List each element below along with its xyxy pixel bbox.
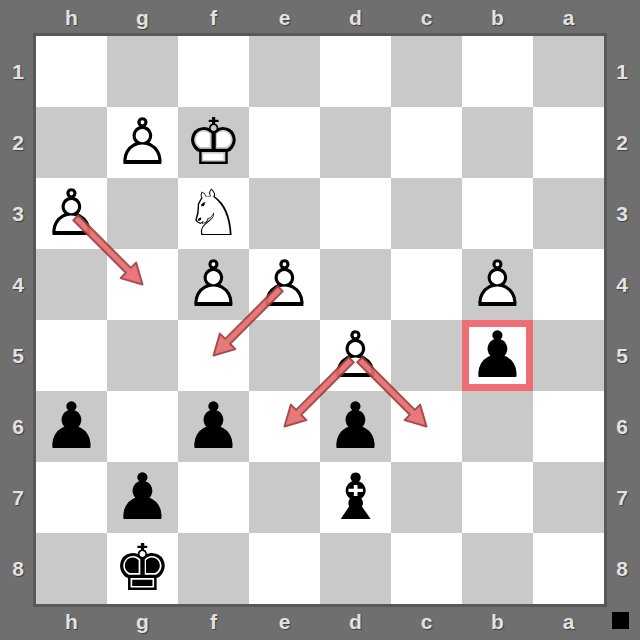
file-label-e: e (249, 0, 320, 36)
square-g6[interactable] (107, 391, 178, 462)
rank-label-8: 8 (604, 533, 640, 604)
square-f7[interactable] (178, 462, 249, 533)
chess-board-frame: hgfedcba 12345678 ♟♙♚♔♟♙♞♘♟♙♟♙♟♙♟♙♟♟♟♟♟♝… (0, 0, 640, 640)
file-label-h: h (36, 604, 107, 640)
square-h2[interactable] (36, 107, 107, 178)
square-g1[interactable] (107, 36, 178, 107)
file-label-d: d (320, 0, 391, 36)
file-label-c: c (391, 604, 462, 640)
side-to-move-indicator (612, 612, 629, 629)
file-label-d: d (320, 604, 391, 640)
square-d8[interactable] (320, 533, 391, 604)
square-h8[interactable] (36, 533, 107, 604)
rank-label-4: 4 (0, 249, 36, 320)
square-e4[interactable]: ♟♙ (249, 249, 320, 320)
square-h6[interactable]: ♟ (36, 391, 107, 462)
square-a3[interactable] (533, 178, 604, 249)
file-label-e: e (249, 604, 320, 640)
file-label-f: f (178, 604, 249, 640)
square-a7[interactable] (533, 462, 604, 533)
square-c3[interactable] (391, 178, 462, 249)
rank-label-3: 3 (0, 178, 36, 249)
square-c1[interactable] (391, 36, 462, 107)
square-b3[interactable] (462, 178, 533, 249)
square-f1[interactable] (178, 36, 249, 107)
file-label-a: a (533, 0, 604, 36)
file-label-a: a (533, 604, 604, 640)
black-bishop: ♝ (320, 462, 391, 533)
square-g7[interactable]: ♟ (107, 462, 178, 533)
square-b1[interactable] (462, 36, 533, 107)
white-pawn: ♟♙ (462, 249, 533, 320)
file-label-h: h (36, 0, 107, 36)
square-a5[interactable] (533, 320, 604, 391)
rank-label-4: 4 (604, 249, 640, 320)
square-h5[interactable] (36, 320, 107, 391)
file-label-c: c (391, 0, 462, 36)
file-label-g: g (107, 604, 178, 640)
black-pawn: ♟ (178, 391, 249, 462)
square-e5[interactable] (249, 320, 320, 391)
square-e7[interactable] (249, 462, 320, 533)
square-e1[interactable] (249, 36, 320, 107)
rank-label-8: 8 (0, 533, 36, 604)
file-label-g: g (107, 0, 178, 36)
square-b2[interactable] (462, 107, 533, 178)
square-e2[interactable] (249, 107, 320, 178)
square-e3[interactable] (249, 178, 320, 249)
square-h7[interactable] (36, 462, 107, 533)
square-a1[interactable] (533, 36, 604, 107)
file-labels-bottom: hgfedcba (36, 604, 604, 640)
file-labels-top: hgfedcba (36, 0, 604, 36)
black-pawn: ♟ (320, 391, 391, 462)
rank-label-3: 3 (604, 178, 640, 249)
square-g5[interactable] (107, 320, 178, 391)
square-e6[interactable] (249, 391, 320, 462)
square-g8[interactable]: ♚ (107, 533, 178, 604)
white-king: ♚♔ (178, 107, 249, 178)
square-b7[interactable] (462, 462, 533, 533)
white-knight: ♞♘ (178, 178, 249, 249)
square-b6[interactable] (462, 391, 533, 462)
square-d7[interactable]: ♝ (320, 462, 391, 533)
rank-label-2: 2 (604, 107, 640, 178)
square-d1[interactable] (320, 36, 391, 107)
file-label-b: b (462, 604, 533, 640)
square-f6[interactable]: ♟ (178, 391, 249, 462)
square-a2[interactable] (533, 107, 604, 178)
square-a4[interactable] (533, 249, 604, 320)
square-d2[interactable] (320, 107, 391, 178)
square-b8[interactable] (462, 533, 533, 604)
white-pawn: ♟♙ (249, 249, 320, 320)
rank-label-1: 1 (0, 36, 36, 107)
square-a6[interactable] (533, 391, 604, 462)
rank-label-5: 5 (604, 320, 640, 391)
black-king: ♚ (107, 533, 178, 604)
square-d3[interactable] (320, 178, 391, 249)
square-b5[interactable]: ♟ (462, 320, 533, 391)
square-a8[interactable] (533, 533, 604, 604)
square-c2[interactable] (391, 107, 462, 178)
square-c6[interactable] (391, 391, 462, 462)
rank-label-7: 7 (0, 462, 36, 533)
square-d4[interactable] (320, 249, 391, 320)
rank-label-7: 7 (604, 462, 640, 533)
white-pawn: ♟♙ (107, 107, 178, 178)
white-pawn: ♟♙ (36, 178, 107, 249)
rank-label-2: 2 (0, 107, 36, 178)
square-e8[interactable] (249, 533, 320, 604)
square-h3[interactable]: ♟♙ (36, 178, 107, 249)
square-f5[interactable] (178, 320, 249, 391)
black-pawn: ♟ (36, 391, 107, 462)
square-g4[interactable] (107, 249, 178, 320)
square-b4[interactable]: ♟♙ (462, 249, 533, 320)
square-h1[interactable] (36, 36, 107, 107)
square-h4[interactable] (36, 249, 107, 320)
file-label-f: f (178, 0, 249, 36)
rank-label-1: 1 (604, 36, 640, 107)
square-f2[interactable]: ♚♔ (178, 107, 249, 178)
square-c4[interactable] (391, 249, 462, 320)
square-d6[interactable]: ♟ (320, 391, 391, 462)
square-f3[interactable]: ♞♘ (178, 178, 249, 249)
square-d5[interactable]: ♟♙ (320, 320, 391, 391)
rank-label-6: 6 (0, 391, 36, 462)
square-g2[interactable]: ♟♙ (107, 107, 178, 178)
square-f4[interactable]: ♟♙ (178, 249, 249, 320)
rank-label-6: 6 (604, 391, 640, 462)
white-pawn: ♟♙ (320, 320, 391, 391)
rank-label-5: 5 (0, 320, 36, 391)
white-pawn: ♟♙ (178, 249, 249, 320)
black-pawn: ♟ (107, 462, 178, 533)
square-g3[interactable] (107, 178, 178, 249)
file-label-b: b (462, 0, 533, 36)
square-c5[interactable] (391, 320, 462, 391)
square-c8[interactable] (391, 533, 462, 604)
rank-labels-left: 12345678 (0, 36, 36, 604)
square-c7[interactable] (391, 462, 462, 533)
rank-labels-right: 12345678 (604, 36, 640, 604)
square-f8[interactable] (178, 533, 249, 604)
chess-board: ♟♙♚♔♟♙♞♘♟♙♟♙♟♙♟♙♟♟♟♟♟♝♚ (36, 36, 604, 604)
black-pawn: ♟ (462, 320, 533, 391)
